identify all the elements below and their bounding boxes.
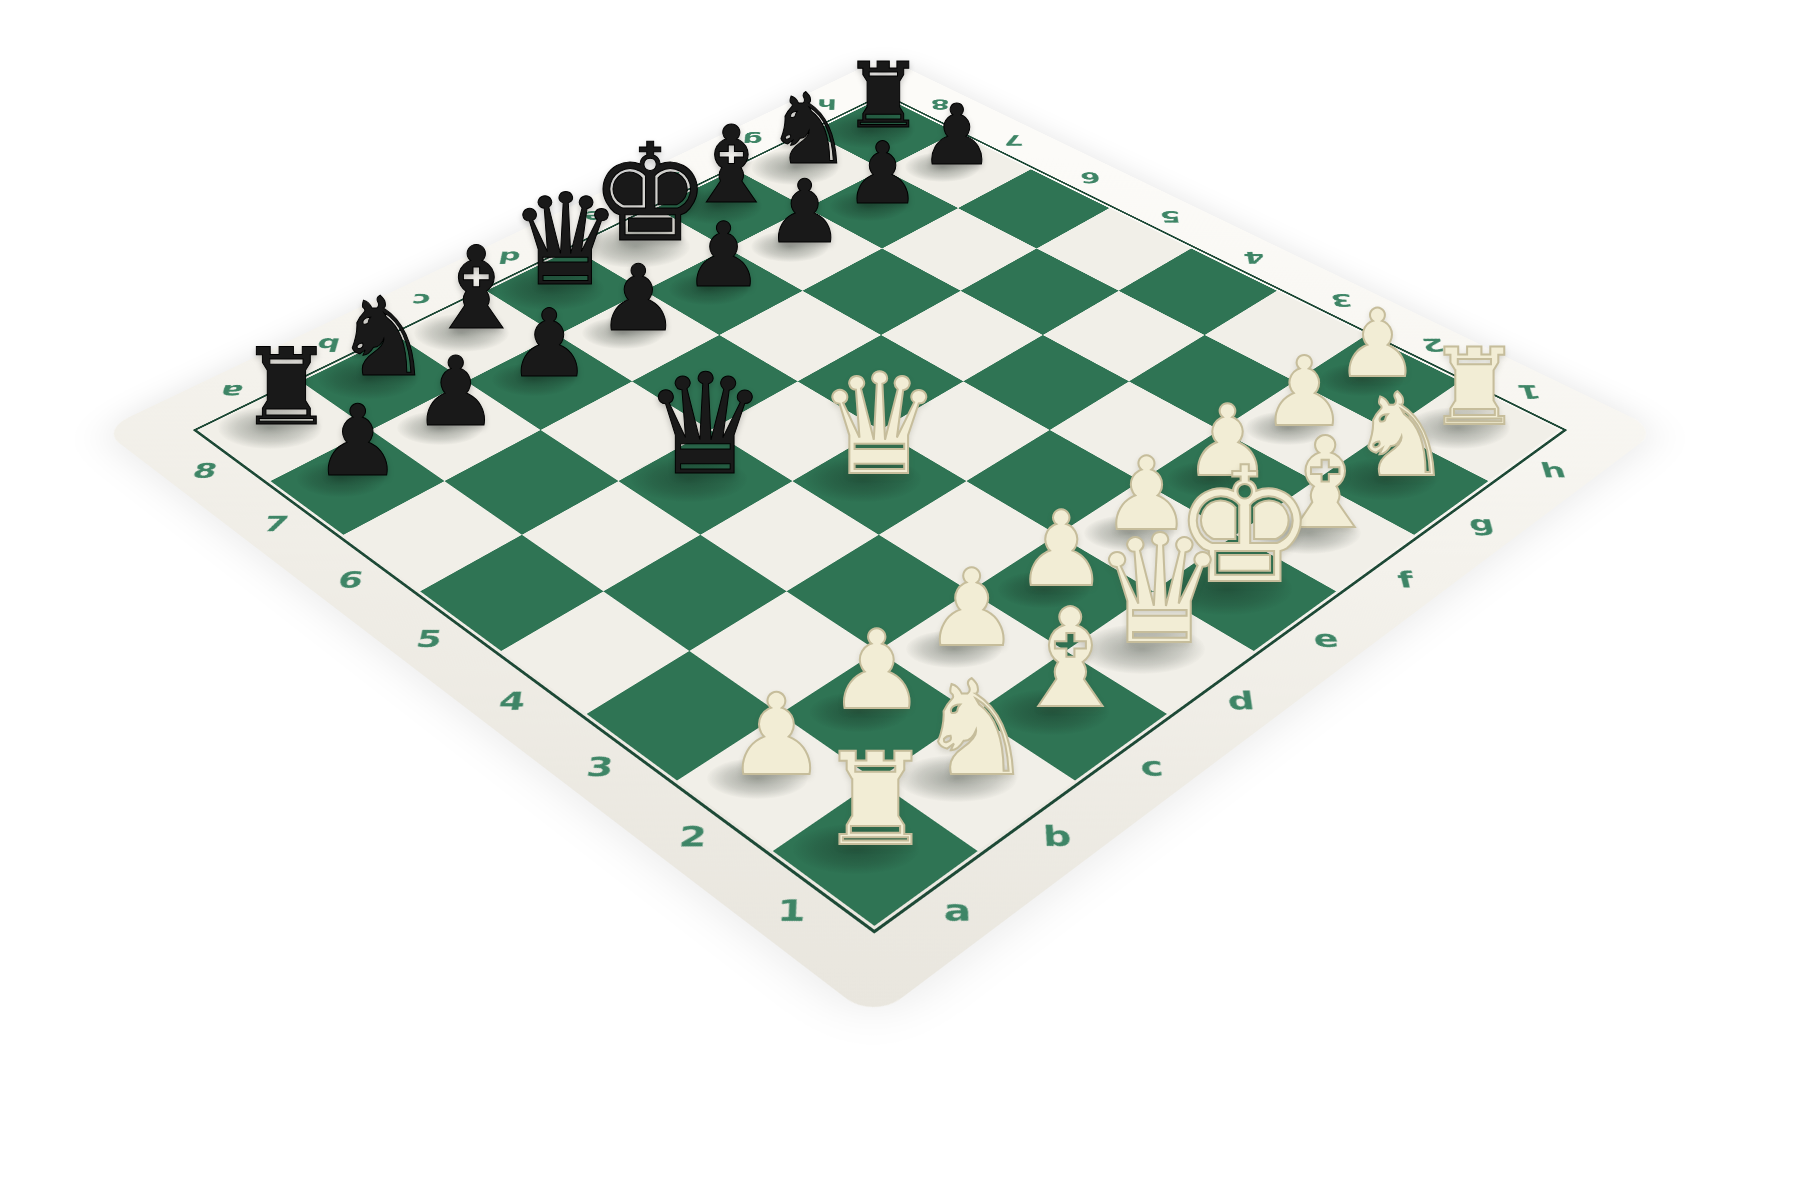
rank-label-3: 3 <box>585 751 616 782</box>
file-label-a: a <box>944 893 972 928</box>
rank-label-2: 2 <box>678 820 708 853</box>
rank-label-8: 8 <box>190 458 221 482</box>
rank-label-6: 6 <box>1079 169 1101 187</box>
rank-label-7: 7 <box>1003 132 1024 149</box>
rank-label-1: 1 <box>1514 380 1543 402</box>
rank-label-6: 6 <box>335 566 366 592</box>
file-label-c: c <box>1139 751 1165 782</box>
photo-stage: 87654321 87654321 hgfedcba hgfedcba ♜♞♝♛… <box>0 0 1807 1200</box>
chess-mat: 87654321 87654321 hgfedcba hgfedcba <box>102 57 1658 1019</box>
file-label-f: f <box>668 169 683 187</box>
file-label-f: f <box>1395 566 1416 592</box>
file-label-g: g <box>742 132 764 149</box>
file-label-a: a <box>217 380 246 402</box>
rank-label-2: 2 <box>1419 334 1447 355</box>
rank-label-3: 3 <box>1328 290 1354 310</box>
scene: 87654321 87654321 hgfedcba hgfedcba <box>0 0 1807 1200</box>
board-grid <box>201 97 1559 926</box>
rank-label-4: 4 <box>497 686 528 715</box>
rank-label-8: 8 <box>930 96 950 112</box>
rank-label-5: 5 <box>414 624 445 652</box>
file-label-e: e <box>1311 624 1341 652</box>
rank-label-1: 1 <box>776 893 806 928</box>
file-label-b: b <box>314 334 343 355</box>
file-label-d: d <box>497 248 523 267</box>
file-label-g: g <box>1466 511 1498 536</box>
file-label-d: d <box>1226 686 1257 715</box>
file-label-e: e <box>583 207 606 225</box>
rank-label-5: 5 <box>1159 207 1182 225</box>
file-label-c: c <box>410 290 433 310</box>
rank-label-7: 7 <box>260 511 291 536</box>
rank-label-4: 4 <box>1242 248 1267 267</box>
file-label-b: b <box>1043 820 1073 853</box>
file-label-h: h <box>1538 458 1569 482</box>
file-label-h: h <box>817 96 837 112</box>
